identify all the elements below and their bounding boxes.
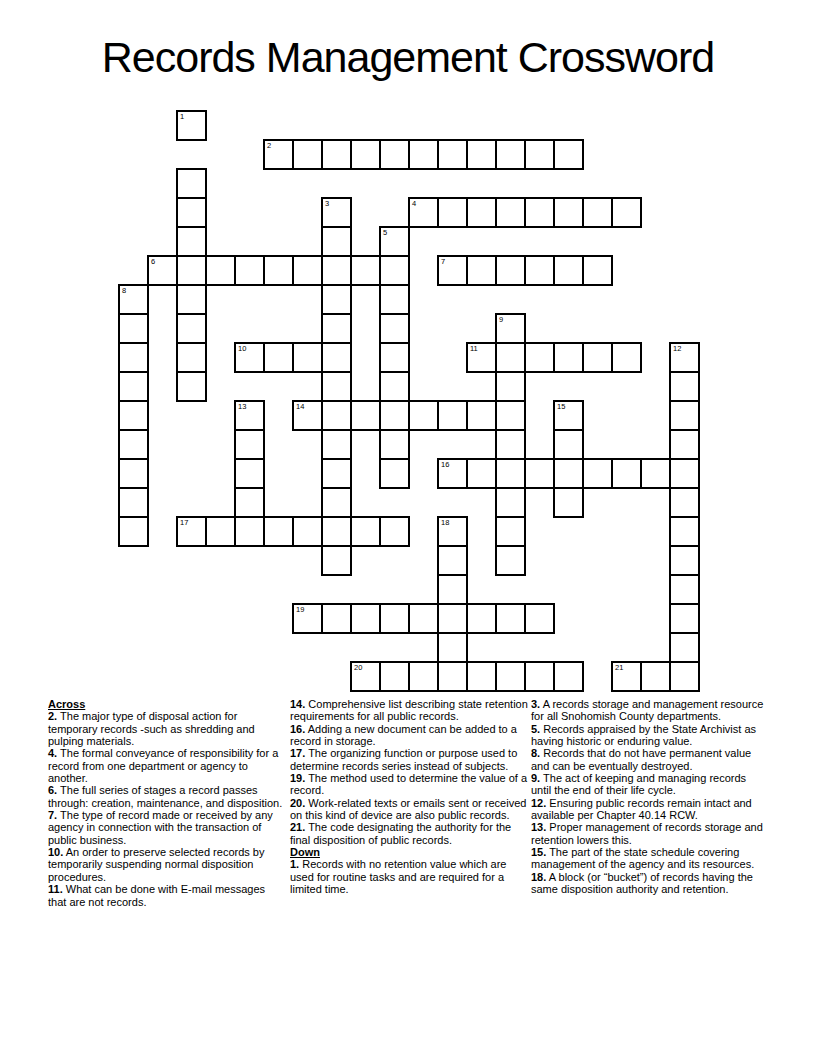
grid-cell-r10c0[interactable] [118,400,149,431]
grid-cell-r14c6[interactable] [292,516,323,547]
clue-number-label: 10. [48,846,63,858]
grid-cell-r17c14[interactable] [524,603,555,634]
grid-cell-r7c13[interactable]: 9 [495,313,526,344]
grid-cell-r5c14[interactable] [524,255,555,286]
clue-number-label: 4. [48,747,57,759]
clue-number-label: 7. [48,809,57,821]
grid-cell-r17c19[interactable] [669,603,700,634]
grid-cell-r13c19[interactable] [669,487,700,518]
grid-cell-r12c17[interactable] [611,458,642,489]
grid-cell-r1c14[interactable] [524,139,555,170]
down-clue-9: 9. The act of keeping and managing recor… [531,772,769,797]
grid-cell-r12c16[interactable] [582,458,613,489]
grid-cell-r14c0[interactable] [118,516,149,547]
grid-cell-r3c16[interactable] [582,197,613,228]
grid-cell-r3c17[interactable] [611,197,642,228]
cell-number-16: 16 [441,460,449,469]
cell-number-1: 1 [180,112,184,121]
grid-cell-r7c2[interactable] [176,313,207,344]
grid-cell-r10c13[interactable] [495,400,526,431]
down-clue-15: 15. The part of the state schedule cover… [531,846,769,871]
grid-cell-r18c19[interactable] [669,632,700,663]
clue-number-label: 1. [290,858,299,870]
across-clue-16: 16. Adding a new document can be added t… [290,723,528,748]
down-clue-3: 3. A records storage and management reso… [531,698,769,723]
grid-cell-r12c4[interactable] [234,458,265,489]
grid-cell-r10c19[interactable] [669,400,700,431]
clue-number-label: 3. [531,698,540,710]
grid-cell-r10c9[interactable] [379,400,410,431]
grid-cell-r17c6[interactable]: 19 [292,603,323,634]
grid-cell-r3c10[interactable]: 4 [408,197,439,228]
down-clue-13: 13. Proper management of records storage… [531,821,769,846]
clue-number-label: 14. [290,698,305,710]
clue-number-label: 6. [48,784,57,796]
grid-cell-r10c11[interactable] [437,400,468,431]
grid-cell-r1c6[interactable] [292,139,323,170]
cell-number-12: 12 [673,344,681,353]
grid-cell-r19c12[interactable] [466,661,497,692]
grid-cell-r5c3[interactable] [205,255,236,286]
grid-cell-r9c9[interactable] [379,371,410,402]
grid-cell-r12c9[interactable] [379,458,410,489]
grid-cell-r5c7[interactable] [321,255,352,286]
across-clue-2: 2. The major type of disposal action for… [48,710,286,747]
grid-cell-r17c10[interactable] [408,603,439,634]
grid-cell-r6c7[interactable] [321,284,352,315]
grid-cell-r5c6[interactable] [292,255,323,286]
grid-cell-r6c9[interactable] [379,284,410,315]
grid-cell-r5c11[interactable]: 7 [437,255,468,286]
grid-cell-r3c14[interactable] [524,197,555,228]
grid-cell-r5c5[interactable] [263,255,294,286]
cell-number-17: 17 [180,518,188,527]
across-clue-10: 10. An order to preserve selected record… [48,846,286,883]
grid-cell-r0c2[interactable]: 1 [176,110,207,141]
grid-cell-r5c13[interactable] [495,255,526,286]
cell-number-6: 6 [151,257,155,266]
grid-cell-r13c0[interactable] [118,487,149,518]
grid-cell-r4c9[interactable]: 5 [379,226,410,257]
grid-cell-r5c16[interactable] [582,255,613,286]
grid-cell-r8c5[interactable] [263,342,294,373]
grid-cell-r12c18[interactable] [640,458,671,489]
grid-cell-r14c8[interactable] [350,516,381,547]
clue-number-label: 5. [531,723,540,735]
grid-cell-r3c7[interactable]: 3 [321,197,352,228]
grid-cell-r18c11[interactable] [437,632,468,663]
clue-column-3: 3. A records storage and management reso… [531,698,769,896]
grid-cell-r19c9[interactable] [379,661,410,692]
grid-cell-r15c19[interactable] [669,545,700,576]
clue-number-label: 15. [531,846,546,858]
down-clue-18: 18. A block (or “bucket”) of records hav… [531,871,769,896]
grid-cell-r1c15[interactable] [553,139,584,170]
cell-number-4: 4 [412,199,416,208]
across-clue-7: 7. The type of record made or received b… [48,809,286,846]
grid-cell-r10c12[interactable] [466,400,497,431]
clue-number-label: 19. [290,772,305,784]
grid-cell-r10c4[interactable]: 13 [234,400,265,431]
grid-cell-r9c7[interactable] [321,371,352,402]
grid-cell-r8c15[interactable] [553,342,584,373]
down-clue-8: 8. Records that do not have permanent va… [531,747,769,772]
grid-cell-r14c9[interactable] [379,516,410,547]
grid-cell-r17c12[interactable] [466,603,497,634]
grid-cell-r11c15[interactable] [553,429,584,460]
grid-cell-r14c7[interactable] [321,516,352,547]
cell-number-9: 9 [499,315,503,324]
grid-cell-r8c13[interactable] [495,342,526,373]
grid-cell-r7c0[interactable] [118,313,149,344]
grid-cell-r19c15[interactable] [553,661,584,692]
grid-cell-r6c0[interactable]: 8 [118,284,149,315]
grid-cell-r19c18[interactable] [640,661,671,692]
grid-cell-r10c8[interactable] [350,400,381,431]
clue-column-1: Across2. The major type of disposal acti… [48,698,286,908]
cell-number-5: 5 [383,228,387,237]
grid-cell-r9c2[interactable] [176,371,207,402]
clue-number-label: 17. [290,747,305,759]
grid-cell-r7c9[interactable] [379,313,410,344]
grid-cell-r1c8[interactable] [350,139,381,170]
clue-number-label: 16. [290,723,305,735]
grid-cell-r10c10[interactable] [408,400,439,431]
grid-cell-r1c12[interactable] [466,139,497,170]
grid-cell-r19c14[interactable] [524,661,555,692]
across-clue-19: 19. The method used to determine the val… [290,772,528,797]
clue-number-label: 2. [48,710,57,722]
grid-cell-r2c2[interactable] [176,168,207,199]
grid-cell-r5c8[interactable] [350,255,381,286]
grid-cell-r19c17[interactable]: 21 [611,661,642,692]
cell-number-15: 15 [557,402,565,411]
grid-cell-r12c0[interactable] [118,458,149,489]
grid-cell-r12c7[interactable] [321,458,352,489]
grid-cell-r8c9[interactable] [379,342,410,373]
clue-number-label: 11. [48,883,63,895]
grid-cell-r12c12[interactable] [466,458,497,489]
grid-cell-r15c13[interactable] [495,545,526,576]
cell-number-10: 10 [238,344,246,353]
across-clue-4: 4. The formal conveyance of responsibili… [48,747,286,784]
grid-cell-r3c12[interactable] [466,197,497,228]
grid-cell-r5c1[interactable]: 6 [147,255,178,286]
across-clue-20: 20. Work-related texts or emails sent or… [290,797,528,822]
grid-cell-r14c11[interactable]: 18 [437,516,468,547]
grid-cell-r14c13[interactable] [495,516,526,547]
grid-cell-r8c12[interactable]: 11 [466,342,497,373]
grid-cell-r15c11[interactable] [437,545,468,576]
grid-cell-r4c7[interactable] [321,226,352,257]
grid-cell-r12c14[interactable] [524,458,555,489]
grid-cell-r17c9[interactable] [379,603,410,634]
grid-cell-r8c6[interactable] [292,342,323,373]
grid-cell-r9c13[interactable] [495,371,526,402]
grid-cell-r5c15[interactable] [553,255,584,286]
grid-cell-r10c7[interactable] [321,400,352,431]
clue-number-label: 12. [531,797,546,809]
across-clue-14: 14. Comprehensive list describing state … [290,698,528,723]
grid-cell-r1c7[interactable] [321,139,352,170]
grid-cell-r3c15[interactable] [553,197,584,228]
grid-cell-r19c13[interactable] [495,661,526,692]
grid-cell-r1c5[interactable]: 2 [263,139,294,170]
across-header: Across [48,698,286,710]
grid-cell-r12c13[interactable] [495,458,526,489]
grid-cell-r14c2[interactable]: 17 [176,516,207,547]
grid-cell-r19c19[interactable] [669,661,700,692]
grid-cell-r3c2[interactable] [176,197,207,228]
grid-cell-r11c4[interactable] [234,429,265,460]
cell-number-21: 21 [615,663,623,672]
grid-cell-r13c15[interactable] [553,487,584,518]
clue-number-label: 21. [290,821,305,833]
grid-cell-r11c19[interactable] [669,429,700,460]
grid-cell-r8c0[interactable] [118,342,149,373]
grid-cell-r8c14[interactable] [524,342,555,373]
grid-cell-r17c11[interactable] [437,603,468,634]
grid-cell-r17c7[interactable] [321,603,352,634]
grid-cell-r5c12[interactable] [466,255,497,286]
clue-number-label: 18. [531,871,546,883]
down-header: Down [290,846,528,858]
clue-number-label: 8. [531,747,540,759]
grid-cell-r11c0[interactable] [118,429,149,460]
clue-column-2: 14. Comprehensive list describing state … [290,698,528,896]
grid-cell-r19c11[interactable] [437,661,468,692]
clue-number-label: 9. [531,772,540,784]
across-clue-17: 17. The organizing function or purpose u… [290,747,528,772]
grid-cell-r1c10[interactable] [408,139,439,170]
grid-cell-r1c11[interactable] [437,139,468,170]
grid-cell-r5c2[interactable] [176,255,207,286]
cell-number-3: 3 [325,199,329,208]
grid-cell-r10c6[interactable]: 14 [292,400,323,431]
grid-cell-r12c19[interactable] [669,458,700,489]
grid-cell-r19c10[interactable] [408,661,439,692]
grid-cell-r8c19[interactable]: 12 [669,342,700,373]
down-clue-1: 1. Records with no retention value which… [290,858,528,895]
cell-number-8: 8 [122,286,126,295]
grid-cell-r11c9[interactable] [379,429,410,460]
cell-number-2: 2 [267,141,271,150]
grid-cell-r11c7[interactable] [321,429,352,460]
grid-cell-r3c13[interactable] [495,197,526,228]
grid-cell-r7c7[interactable] [321,313,352,344]
grid-cell-r8c7[interactable] [321,342,352,373]
grid-cell-r9c19[interactable] [669,371,700,402]
grid-cell-r15c7[interactable] [321,545,352,576]
grid-cell-r13c7[interactable] [321,487,352,518]
grid-cell-r9c0[interactable] [118,371,149,402]
grid-cell-r8c2[interactable] [176,342,207,373]
grid-cell-r14c19[interactable] [669,516,700,547]
across-clue-21: 21. The code designating the authority f… [290,821,528,846]
grid-cell-r4c2[interactable] [176,226,207,257]
grid-cell-r10c15[interactable]: 15 [553,400,584,431]
cell-number-20: 20 [354,663,362,672]
grid-cell-r12c15[interactable] [553,458,584,489]
down-clue-12: 12. Ensuring public records remain intac… [531,797,769,822]
cell-number-13: 13 [238,402,246,411]
grid-cell-r5c9[interactable] [379,255,410,286]
grid-cell-r14c5[interactable] [263,516,294,547]
grid-cell-r13c4[interactable] [234,487,265,518]
across-clue-6: 6. The full series of stages a record pa… [48,784,286,809]
grid-cell-r11c13[interactable] [495,429,526,460]
crossword-grid: 123456789101112131415161718192021 [118,110,700,692]
grid-cell-r8c16[interactable] [582,342,613,373]
cell-number-18: 18 [441,518,449,527]
grid-cell-r1c9[interactable] [379,139,410,170]
clue-number-label: 13. [531,821,546,833]
grid-cell-r8c17[interactable] [611,342,642,373]
cell-number-14: 14 [296,402,304,411]
page-title: Records Management Crossword [0,33,816,81]
grid-cell-r14c4[interactable] [234,516,265,547]
grid-cell-r14c3[interactable] [205,516,236,547]
down-clue-5: 5. Records appraised by the State Archiv… [531,723,769,748]
clue-number-label: 20. [290,797,305,809]
grid-cell-r13c13[interactable] [495,487,526,518]
grid-cell-r16c11[interactable] [437,574,468,605]
grid-cell-r12c11[interactable]: 16 [437,458,468,489]
grid-cell-r6c2[interactable] [176,284,207,315]
grid-cell-r17c13[interactable] [495,603,526,634]
grid-cell-r8c4[interactable]: 10 [234,342,265,373]
grid-cell-r5c4[interactable] [234,255,265,286]
across-clue-11: 11. What can be done with E-mail message… [48,883,286,908]
worksheet-page: { "title": "Records Management Crossword… [0,0,816,1056]
cell-number-11: 11 [470,344,478,353]
grid-cell-r17c8[interactable] [350,603,381,634]
grid-cell-r1c13[interactable] [495,139,526,170]
grid-cell-r19c8[interactable]: 20 [350,661,381,692]
cell-number-19: 19 [296,605,304,614]
grid-cell-r16c19[interactable] [669,574,700,605]
grid-cell-r3c11[interactable] [437,197,468,228]
cell-number-7: 7 [441,257,445,266]
